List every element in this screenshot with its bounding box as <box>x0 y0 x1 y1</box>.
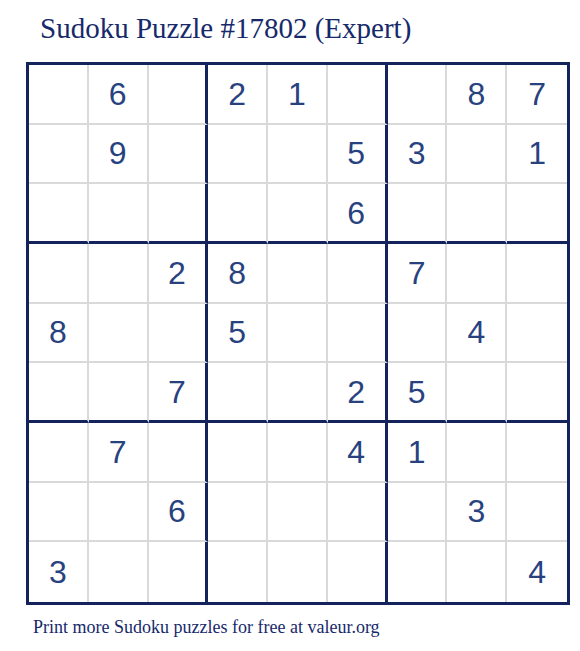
sudoku-cell-r5c4: 5 <box>208 304 268 364</box>
sudoku-cell-r1c5: 1 <box>268 65 328 125</box>
sudoku-cell-r3c4 <box>208 184 268 244</box>
sudoku-cell-r2c2: 9 <box>89 125 149 185</box>
sudoku-cell-r2c9: 1 <box>507 125 567 185</box>
sudoku-cell-r5c5 <box>268 304 328 364</box>
sudoku-cell-r9c2 <box>89 542 149 602</box>
sudoku-cell-r5c9 <box>507 304 567 364</box>
sudoku-cell-r8c9 <box>507 483 567 543</box>
sudoku-cell-r6c9 <box>507 363 567 423</box>
sudoku-cell-r6c8 <box>447 363 507 423</box>
sudoku-cell-r7c6: 4 <box>328 423 388 483</box>
sudoku-cell-r8c4 <box>208 483 268 543</box>
sudoku-cell-r4c6 <box>328 244 388 304</box>
sudoku-cell-r2c1 <box>29 125 89 185</box>
sudoku-cell-r5c2 <box>89 304 149 364</box>
sudoku-cell-r1c6 <box>328 65 388 125</box>
sudoku-board: 62187953162878547257416334 <box>26 62 570 605</box>
sudoku-cell-r9c8 <box>447 542 507 602</box>
sudoku-cell-r4c5 <box>268 244 328 304</box>
footer-text: Print more Sudoku puzzles for free at va… <box>33 615 380 639</box>
sudoku-cell-r8c3: 6 <box>149 483 209 543</box>
sudoku-cell-r3c9 <box>507 184 567 244</box>
sudoku-cell-r4c9 <box>507 244 567 304</box>
sudoku-cell-r7c8 <box>447 423 507 483</box>
sudoku-cell-r6c4 <box>208 363 268 423</box>
sudoku-cell-r5c8: 4 <box>447 304 507 364</box>
sudoku-cell-r9c6 <box>328 542 388 602</box>
sudoku-cell-r6c7: 5 <box>388 363 448 423</box>
sudoku-cell-r4c4: 8 <box>208 244 268 304</box>
sudoku-cell-r7c5 <box>268 423 328 483</box>
sudoku-cell-r1c3 <box>149 65 209 125</box>
sudoku-cell-r2c6: 5 <box>328 125 388 185</box>
sudoku-cell-r3c6: 6 <box>328 184 388 244</box>
sudoku-cell-r5c6 <box>328 304 388 364</box>
sudoku-cell-r2c5 <box>268 125 328 185</box>
sudoku-cell-r9c1: 3 <box>29 542 89 602</box>
sudoku-cell-r9c3 <box>149 542 209 602</box>
sudoku-cell-r3c8 <box>447 184 507 244</box>
sudoku-cell-r3c1 <box>29 184 89 244</box>
sudoku-cell-r8c7 <box>388 483 448 543</box>
sudoku-cell-r3c7 <box>388 184 448 244</box>
sudoku-cell-r7c4 <box>208 423 268 483</box>
sudoku-cell-r1c8: 8 <box>447 65 507 125</box>
sudoku-cell-r9c5 <box>268 542 328 602</box>
sudoku-cell-r2c4 <box>208 125 268 185</box>
sudoku-cell-r8c6 <box>328 483 388 543</box>
sudoku-cell-r6c1 <box>29 363 89 423</box>
sudoku-cell-r7c1 <box>29 423 89 483</box>
sudoku-cell-r2c8 <box>447 125 507 185</box>
sudoku-cell-r1c9: 7 <box>507 65 567 125</box>
sudoku-cell-r9c9: 4 <box>507 542 567 602</box>
sudoku-cell-r4c7: 7 <box>388 244 448 304</box>
sudoku-cell-r4c2 <box>89 244 149 304</box>
sudoku-cell-r9c4 <box>208 542 268 602</box>
sudoku-cell-r6c2 <box>89 363 149 423</box>
sudoku-cell-r1c4: 2 <box>208 65 268 125</box>
sudoku-cell-r4c8 <box>447 244 507 304</box>
sudoku-cell-r8c2 <box>89 483 149 543</box>
sudoku-cell-r7c7: 1 <box>388 423 448 483</box>
sudoku-cell-r3c2 <box>89 184 149 244</box>
sudoku-cell-r5c1: 8 <box>29 304 89 364</box>
sudoku-cell-r1c2: 6 <box>89 65 149 125</box>
sudoku-cell-r9c7 <box>388 542 448 602</box>
sudoku-cell-r6c6: 2 <box>328 363 388 423</box>
sudoku-cell-r7c2: 7 <box>89 423 149 483</box>
sudoku-cell-r5c3 <box>149 304 209 364</box>
sudoku-cell-r4c3: 2 <box>149 244 209 304</box>
sudoku-cell-r1c7 <box>388 65 448 125</box>
sudoku-cell-r8c5 <box>268 483 328 543</box>
sudoku-cell-r3c3 <box>149 184 209 244</box>
sudoku-cell-r1c1 <box>29 65 89 125</box>
sudoku-cell-r7c9 <box>507 423 567 483</box>
sudoku-cell-r8c1 <box>29 483 89 543</box>
sudoku-cell-r6c5 <box>268 363 328 423</box>
sudoku-cell-r4c1 <box>29 244 89 304</box>
page-title: Sudoku Puzzle #17802 (Expert) <box>40 10 411 46</box>
sudoku-cell-r7c3 <box>149 423 209 483</box>
sudoku-page: Sudoku Puzzle #17802 (Expert) 6218795316… <box>0 0 580 651</box>
sudoku-cell-r6c3: 7 <box>149 363 209 423</box>
sudoku-cell-r5c7 <box>388 304 448 364</box>
sudoku-cell-r8c8: 3 <box>447 483 507 543</box>
sudoku-cell-r3c5 <box>268 184 328 244</box>
sudoku-cell-r2c7: 3 <box>388 125 448 185</box>
sudoku-cell-r2c3 <box>149 125 209 185</box>
